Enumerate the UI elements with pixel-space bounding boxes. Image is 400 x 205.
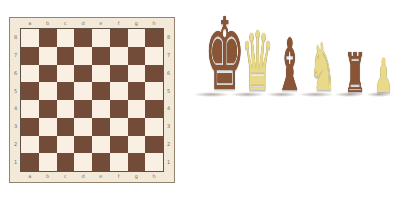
rank-label-8: 8 bbox=[165, 29, 172, 47]
square-d7 bbox=[74, 47, 92, 65]
square-d3 bbox=[74, 118, 92, 136]
file-label-a: a bbox=[21, 173, 39, 180]
pieces-lineup: ♚♛♝♞♜♟ bbox=[196, 0, 390, 95]
square-a3 bbox=[21, 118, 39, 136]
square-c3 bbox=[57, 118, 75, 136]
square-h8 bbox=[145, 29, 163, 47]
square-g8 bbox=[128, 29, 146, 47]
file-label-b: b bbox=[39, 20, 57, 27]
rank-label-7: 7 bbox=[12, 47, 19, 65]
square-d8 bbox=[74, 29, 92, 47]
file-label-g: g bbox=[128, 20, 146, 27]
file-label-h: h bbox=[145, 20, 163, 27]
square-c1 bbox=[57, 153, 75, 171]
file-label-d: d bbox=[74, 20, 92, 27]
square-h4 bbox=[145, 100, 163, 118]
square-d6 bbox=[74, 65, 92, 83]
file-label-e: e bbox=[92, 173, 110, 180]
square-e2 bbox=[92, 136, 110, 154]
square-c2 bbox=[57, 136, 75, 154]
square-b3 bbox=[39, 118, 57, 136]
file-label-c: c bbox=[57, 20, 75, 27]
rank-label-5: 5 bbox=[12, 82, 19, 100]
square-c5 bbox=[57, 82, 75, 100]
file-labels-bottom: abcdefgh bbox=[21, 173, 163, 180]
square-g1 bbox=[128, 153, 146, 171]
file-label-e: e bbox=[92, 20, 110, 27]
file-label-c: c bbox=[57, 173, 75, 180]
square-g2 bbox=[128, 136, 146, 154]
file-labels-top: abcdefgh bbox=[21, 20, 163, 27]
square-h5 bbox=[145, 82, 163, 100]
board-grid bbox=[20, 28, 164, 172]
square-b2 bbox=[39, 136, 57, 154]
square-e5 bbox=[92, 82, 110, 100]
square-a8 bbox=[21, 29, 39, 47]
square-a5 bbox=[21, 82, 39, 100]
rank-label-6: 6 bbox=[165, 65, 172, 83]
square-g5 bbox=[128, 82, 146, 100]
piece-knight-cream: ♞ bbox=[301, 42, 331, 95]
square-h3 bbox=[145, 118, 163, 136]
rank-label-3: 3 bbox=[12, 118, 19, 136]
square-c6 bbox=[57, 65, 75, 83]
bishop-icon: ♝ bbox=[276, 37, 288, 95]
square-f2 bbox=[110, 136, 128, 154]
rank-label-3: 3 bbox=[165, 118, 172, 136]
square-a2 bbox=[21, 136, 39, 154]
square-e8 bbox=[92, 29, 110, 47]
square-f6 bbox=[110, 65, 128, 83]
rank-label-1: 1 bbox=[12, 153, 19, 171]
file-label-f: f bbox=[110, 173, 128, 180]
square-f5 bbox=[110, 82, 128, 100]
square-h2 bbox=[145, 136, 163, 154]
square-a6 bbox=[21, 65, 39, 83]
rank-label-7: 7 bbox=[165, 47, 172, 65]
square-g7 bbox=[128, 47, 146, 65]
file-label-h: h bbox=[145, 173, 163, 180]
square-d4 bbox=[74, 100, 92, 118]
square-a1 bbox=[21, 153, 39, 171]
square-c7 bbox=[57, 47, 75, 65]
rank-label-5: 5 bbox=[165, 82, 172, 100]
square-b7 bbox=[39, 47, 57, 65]
square-b8 bbox=[39, 29, 57, 47]
chess-board: abcdefgh abcdefgh 87654321 87654321 bbox=[9, 17, 175, 183]
square-f8 bbox=[110, 29, 128, 47]
piece-king-brown: ♚ bbox=[196, 15, 227, 95]
square-b4 bbox=[39, 100, 57, 118]
queen-icon: ♛ bbox=[241, 29, 254, 95]
rank-labels-left: 87654321 bbox=[12, 29, 19, 171]
rank-label-8: 8 bbox=[12, 29, 19, 47]
piece-pawn-cream: ♟ bbox=[368, 57, 390, 95]
square-h7 bbox=[145, 47, 163, 65]
square-e7 bbox=[92, 47, 110, 65]
square-e3 bbox=[92, 118, 110, 136]
piece-queen-cream: ♛ bbox=[233, 29, 262, 95]
pawn-icon: ♟ bbox=[374, 57, 384, 95]
file-label-d: d bbox=[74, 173, 92, 180]
rank-label-6: 6 bbox=[12, 65, 19, 83]
square-b1 bbox=[39, 153, 57, 171]
knight-icon: ♞ bbox=[309, 42, 323, 95]
piece-rook-brown: ♜ bbox=[337, 51, 362, 95]
rank-label-4: 4 bbox=[12, 100, 19, 118]
square-c4 bbox=[57, 100, 75, 118]
square-g6 bbox=[128, 65, 146, 83]
square-e6 bbox=[92, 65, 110, 83]
square-d1 bbox=[74, 153, 92, 171]
square-e1 bbox=[92, 153, 110, 171]
file-label-b: b bbox=[39, 173, 57, 180]
square-a4 bbox=[21, 100, 39, 118]
file-label-f: f bbox=[110, 20, 128, 27]
square-a7 bbox=[21, 47, 39, 65]
file-label-g: g bbox=[128, 173, 146, 180]
rank-label-2: 2 bbox=[165, 136, 172, 154]
square-f4 bbox=[110, 100, 128, 118]
square-b5 bbox=[39, 82, 57, 100]
king-icon: ♚ bbox=[205, 15, 219, 95]
square-f1 bbox=[110, 153, 128, 171]
rank-label-4: 4 bbox=[165, 100, 172, 118]
square-d5 bbox=[74, 82, 92, 100]
square-f7 bbox=[110, 47, 128, 65]
square-f3 bbox=[110, 118, 128, 136]
square-h6 bbox=[145, 65, 163, 83]
file-label-a: a bbox=[21, 20, 39, 27]
square-g4 bbox=[128, 100, 146, 118]
rank-label-2: 2 bbox=[12, 136, 19, 154]
square-h1 bbox=[145, 153, 163, 171]
rank-labels-right: 87654321 bbox=[165, 29, 172, 171]
rook-icon: ♜ bbox=[344, 51, 355, 95]
square-g3 bbox=[128, 118, 146, 136]
square-d2 bbox=[74, 136, 92, 154]
rank-label-1: 1 bbox=[165, 153, 172, 171]
piece-bishop-brown: ♝ bbox=[268, 37, 294, 95]
square-e4 bbox=[92, 100, 110, 118]
square-c8 bbox=[57, 29, 75, 47]
square-b6 bbox=[39, 65, 57, 83]
